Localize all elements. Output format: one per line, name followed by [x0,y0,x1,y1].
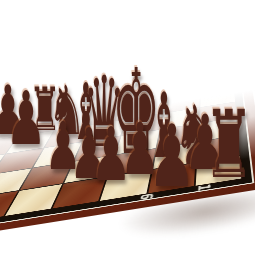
pieces-layer: ♜♞♝♛♚♝♞♜♟♟♟♟♟♟♟♟ [0,0,255,255]
black-pawn-2: ♟ [5,81,46,155]
black-rook-near: ♜ [204,98,255,192]
black-pawn-5: ♟ [90,117,131,191]
chess-set-photo: 6 1 ♜♞♝♛♚♝♞♜♟♟♟♟♟♟♟♟ [0,0,255,255]
black-pawn-7: ♟ [148,113,196,199]
